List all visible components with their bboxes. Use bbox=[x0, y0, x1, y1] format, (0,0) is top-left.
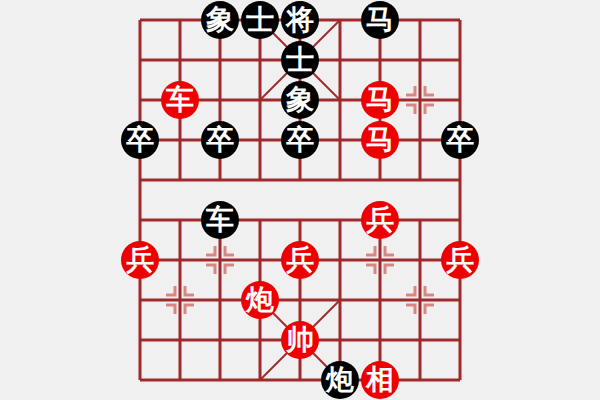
board-cell[interactable] bbox=[120, 280, 160, 320]
board-cell[interactable] bbox=[160, 320, 200, 360]
board-cell[interactable] bbox=[320, 120, 360, 160]
board-cell[interactable] bbox=[320, 160, 360, 200]
red-pawn[interactable]: 兵 bbox=[441, 241, 479, 279]
board-cell[interactable] bbox=[160, 280, 200, 320]
board-cell[interactable] bbox=[240, 200, 280, 240]
board-cell[interactable] bbox=[440, 160, 480, 200]
board-cell[interactable] bbox=[200, 40, 240, 80]
board-cell[interactable] bbox=[440, 360, 480, 400]
black-pawn[interactable]: 卒 bbox=[281, 121, 319, 159]
board-cell[interactable]: 车 bbox=[200, 200, 240, 240]
board-cell[interactable] bbox=[400, 80, 440, 120]
black-chariot[interactable]: 车 bbox=[201, 201, 239, 239]
board-cell[interactable] bbox=[400, 360, 440, 400]
board-cell[interactable]: 帅 bbox=[280, 320, 320, 360]
board-cell[interactable] bbox=[120, 320, 160, 360]
red-pawn[interactable]: 兵 bbox=[361, 201, 399, 239]
board-cell[interactable] bbox=[440, 0, 480, 40]
board-cell[interactable] bbox=[160, 0, 200, 40]
board-cell[interactable] bbox=[120, 80, 160, 120]
board-cell[interactable]: 车 bbox=[160, 80, 200, 120]
board-cell[interactable] bbox=[440, 40, 480, 80]
black-horse[interactable]: 马 bbox=[361, 1, 399, 39]
board-cell[interactable] bbox=[160, 200, 200, 240]
board-cell[interactable] bbox=[360, 160, 400, 200]
board-cell[interactable]: 卒 bbox=[280, 120, 320, 160]
board-cell[interactable] bbox=[320, 240, 360, 280]
board-cell[interactable] bbox=[120, 40, 160, 80]
board-cell[interactable] bbox=[400, 320, 440, 360]
board-cell[interactable] bbox=[400, 200, 440, 240]
board-cell[interactable] bbox=[440, 280, 480, 320]
board-cell[interactable]: 兵 bbox=[280, 240, 320, 280]
board-cell[interactable] bbox=[440, 80, 480, 120]
board-cell[interactable] bbox=[120, 0, 160, 40]
board-cell[interactable] bbox=[360, 320, 400, 360]
board-cell[interactable] bbox=[400, 240, 440, 280]
board-cell[interactable] bbox=[240, 160, 280, 200]
board-cell[interactable] bbox=[240, 80, 280, 120]
board-cell[interactable] bbox=[160, 40, 200, 80]
board-cell[interactable] bbox=[200, 160, 240, 200]
board-cell[interactable]: 相 bbox=[360, 360, 400, 400]
board-cell[interactable]: 象 bbox=[280, 80, 320, 120]
board-cell[interactable] bbox=[240, 240, 280, 280]
board-cell[interactable] bbox=[160, 120, 200, 160]
board-cell[interactable] bbox=[120, 360, 160, 400]
board-cell[interactable] bbox=[360, 240, 400, 280]
black-pawn[interactable]: 卒 bbox=[441, 121, 479, 159]
red-pawn[interactable]: 兵 bbox=[121, 241, 159, 279]
board-cell[interactable] bbox=[280, 280, 320, 320]
black-general[interactable]: 将 bbox=[281, 1, 319, 39]
black-advisor[interactable]: 士 bbox=[281, 41, 319, 79]
board-cell[interactable] bbox=[400, 40, 440, 80]
board-cell[interactable] bbox=[240, 320, 280, 360]
xiangqi-screen: 象士将马士车象马卒卒卒马卒车兵兵兵兵炮帅炮相 bbox=[0, 0, 600, 400]
board-cell[interactable] bbox=[400, 0, 440, 40]
board-cell[interactable]: 炮 bbox=[320, 360, 360, 400]
black-pawn[interactable]: 卒 bbox=[201, 121, 239, 159]
red-pawn[interactable]: 兵 bbox=[281, 241, 319, 279]
board-cell[interactable] bbox=[400, 160, 440, 200]
board-cell[interactable] bbox=[240, 360, 280, 400]
board-cell[interactable] bbox=[200, 80, 240, 120]
board-cell[interactable]: 卒 bbox=[120, 120, 160, 160]
board-cell[interactable] bbox=[400, 120, 440, 160]
black-elephant[interactable]: 象 bbox=[281, 81, 319, 119]
black-elephant[interactable]: 象 bbox=[201, 1, 239, 39]
board-cell[interactable] bbox=[200, 280, 240, 320]
board-cell[interactable]: 士 bbox=[280, 40, 320, 80]
board-cell[interactable] bbox=[360, 40, 400, 80]
board-cell[interactable] bbox=[320, 0, 360, 40]
board-cell[interactable]: 炮 bbox=[240, 280, 280, 320]
board-cell[interactable] bbox=[320, 200, 360, 240]
board-cell[interactable]: 卒 bbox=[440, 120, 480, 160]
board-cell[interactable] bbox=[160, 160, 200, 200]
board-cell[interactable]: 马 bbox=[360, 80, 400, 120]
board-cell[interactable] bbox=[120, 160, 160, 200]
board-cell[interactable] bbox=[440, 200, 480, 240]
board-cell[interactable] bbox=[400, 280, 440, 320]
board-cell[interactable] bbox=[360, 280, 400, 320]
board-cell[interactable] bbox=[320, 280, 360, 320]
board-cell[interactable] bbox=[200, 240, 240, 280]
board-cell[interactable] bbox=[240, 120, 280, 160]
board-cell[interactable]: 象 bbox=[200, 0, 240, 40]
red-elephant[interactable]: 相 bbox=[361, 361, 399, 399]
board-cell[interactable]: 兵 bbox=[440, 240, 480, 280]
red-horse[interactable]: 马 bbox=[361, 81, 399, 119]
board-cell[interactable] bbox=[240, 40, 280, 80]
black-advisor[interactable]: 士 bbox=[241, 1, 279, 39]
red-cannon[interactable]: 炮 bbox=[241, 281, 279, 319]
xiangqi-board: 象士将马士车象马卒卒卒马卒车兵兵兵兵炮帅炮相 bbox=[120, 0, 480, 400]
board-cell[interactable]: 将 bbox=[280, 0, 320, 40]
board-cell[interactable] bbox=[160, 240, 200, 280]
board-cell[interactable] bbox=[200, 320, 240, 360]
black-pawn[interactable]: 卒 bbox=[121, 121, 159, 159]
red-chariot[interactable]: 车 bbox=[161, 81, 199, 119]
board-cell[interactable]: 马 bbox=[360, 0, 400, 40]
red-general[interactable]: 帅 bbox=[281, 321, 319, 359]
board-cell[interactable] bbox=[120, 200, 160, 240]
board-cell[interactable] bbox=[320, 80, 360, 120]
board-cell[interactable] bbox=[160, 360, 200, 400]
board-cell[interactable] bbox=[320, 320, 360, 360]
board-cell[interactable]: 卒 bbox=[200, 120, 240, 160]
board-cell[interactable]: 马 bbox=[360, 120, 400, 160]
red-horse[interactable]: 马 bbox=[361, 121, 399, 159]
board-cell[interactable]: 兵 bbox=[360, 200, 400, 240]
black-cannon[interactable]: 炮 bbox=[321, 361, 359, 399]
board-cell[interactable]: 兵 bbox=[120, 240, 160, 280]
board-cell[interactable]: 士 bbox=[240, 0, 280, 40]
board-cell[interactable] bbox=[280, 360, 320, 400]
board-cell[interactable] bbox=[200, 360, 240, 400]
board-cell[interactable] bbox=[440, 320, 480, 360]
board-cell[interactable] bbox=[280, 160, 320, 200]
board-cell[interactable] bbox=[320, 40, 360, 80]
board-cell[interactable] bbox=[280, 200, 320, 240]
